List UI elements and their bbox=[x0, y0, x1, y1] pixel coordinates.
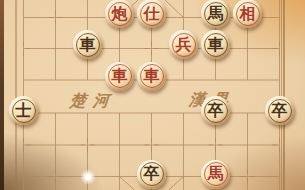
piece-red-elephant[interactable]: 相 bbox=[233, 0, 262, 28]
red-piece-character: 車 bbox=[137, 62, 166, 91]
piece-black-soldier[interactable]: 卒 bbox=[137, 160, 166, 189]
black-piece-character: 馬 bbox=[201, 0, 230, 28]
piece-red-horse[interactable]: 馬 bbox=[201, 160, 230, 189]
black-piece-character: 卒 bbox=[201, 96, 230, 125]
piece-red-soldier[interactable]: 兵 bbox=[169, 30, 198, 59]
black-piece-character: 士 bbox=[9, 96, 38, 125]
piece-black-soldier[interactable]: 卒 bbox=[265, 96, 294, 125]
move-indicator-dot[interactable] bbox=[80, 169, 96, 185]
piece-black-horse[interactable]: 馬 bbox=[201, 0, 230, 28]
piece-black-soldier[interactable]: 卒 bbox=[201, 96, 230, 125]
piece-red-cannon[interactable]: 炮 bbox=[105, 0, 134, 28]
pieces-layer: 炮仕馬相車兵車車車士卒卒卒馬 bbox=[0, 0, 305, 190]
black-piece-character: 車 bbox=[73, 30, 102, 59]
red-piece-character: 相 bbox=[233, 0, 262, 28]
black-piece-character: 卒 bbox=[265, 96, 294, 125]
piece-red-chariot[interactable]: 車 bbox=[137, 62, 166, 91]
black-piece-character: 卒 bbox=[137, 160, 166, 189]
red-piece-character: 仕 bbox=[137, 0, 166, 28]
piece-black-chariot[interactable]: 車 bbox=[73, 30, 102, 59]
red-piece-character: 馬 bbox=[201, 160, 230, 189]
piece-red-advisor[interactable]: 仕 bbox=[137, 0, 166, 28]
piece-red-chariot[interactable]: 車 bbox=[105, 62, 134, 91]
piece-black-advisor[interactable]: 士 bbox=[9, 96, 38, 125]
piece-black-chariot[interactable]: 車 bbox=[201, 30, 230, 59]
red-piece-character: 炮 bbox=[105, 0, 134, 28]
red-piece-character: 車 bbox=[105, 62, 134, 91]
black-piece-character: 車 bbox=[201, 30, 230, 59]
red-piece-character: 兵 bbox=[169, 30, 198, 59]
xiangqi-board[interactable]: 楚河 漢界 炮仕馬相車兵車車車士卒卒卒馬 bbox=[0, 0, 305, 190]
